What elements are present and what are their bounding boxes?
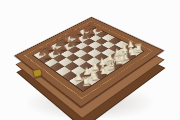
black-pawn[interactable]: ♟ <box>42 51 53 61</box>
white-rook[interactable]: ♜ <box>80 75 93 88</box>
chess-set-photo: ♜♞♝♛♚♝♞♜♟♟♟♟♟♟♟♟♟♟♟♟♟♟♟♟♜♞♝♛♚♝♞♜ <box>0 0 180 120</box>
chess-board-frame: ♜♞♝♛♚♝♞♜♟♟♟♟♟♟♟♟♟♟♟♟♟♟♟♟♜♞♝♛♚♝♞♜ <box>16 18 162 107</box>
perspective-wrapper: ♜♞♝♛♚♝♞♜♟♟♟♟♟♟♟♟♟♟♟♟♟♟♟♟♜♞♝♛♚♝♞♜ <box>0 0 180 120</box>
